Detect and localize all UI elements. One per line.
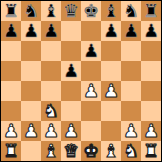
square-d2[interactable]: ♟	[61, 121, 81, 141]
white-rook[interactable]: ♜	[1, 141, 21, 161]
square-a6[interactable]	[1, 41, 21, 61]
square-e3[interactable]	[81, 101, 101, 121]
square-h7[interactable]: ♟	[141, 21, 161, 41]
square-f4[interactable]: ♟	[101, 81, 121, 101]
square-h5[interactable]	[141, 61, 161, 81]
white-rook[interactable]: ♜	[141, 141, 161, 161]
square-c1[interactable]: ♝	[41, 141, 61, 161]
square-c7[interactable]: ♟	[41, 21, 61, 41]
white-bishop[interactable]: ♝	[101, 141, 121, 161]
black-pawn[interactable]: ♟	[1, 21, 21, 41]
square-g4[interactable]	[121, 81, 141, 101]
square-d1[interactable]: ♛	[61, 141, 81, 161]
black-knight[interactable]: ♞	[121, 1, 141, 21]
white-pawn[interactable]: ♟	[81, 81, 101, 101]
square-a8[interactable]: ♜	[1, 1, 21, 21]
square-c2[interactable]: ♟	[41, 121, 61, 141]
square-h2[interactable]: ♟	[141, 121, 161, 141]
white-pawn[interactable]: ♟	[101, 81, 121, 101]
white-pawn[interactable]: ♟	[21, 121, 41, 141]
chess-board: ♜♞♝♛♚♝♞♜♟♟♟♟♟♟♟♟♟♟♞♟♟♟♟♟♟♜♝♛♚♝♞♜	[0, 0, 162, 162]
black-pawn[interactable]: ♟	[101, 21, 121, 41]
square-c5[interactable]	[41, 61, 61, 81]
square-f5[interactable]	[101, 61, 121, 81]
square-d5[interactable]: ♟	[61, 61, 81, 81]
white-pawn[interactable]: ♟	[61, 121, 81, 141]
square-a3[interactable]	[1, 101, 21, 121]
square-h4[interactable]	[141, 81, 161, 101]
square-f2[interactable]	[101, 121, 121, 141]
square-f1[interactable]: ♝	[101, 141, 121, 161]
square-c4[interactable]	[41, 81, 61, 101]
white-pawn[interactable]: ♟	[121, 121, 141, 141]
black-rook[interactable]: ♜	[1, 1, 21, 21]
square-f8[interactable]: ♝	[101, 1, 121, 21]
square-e2[interactable]	[81, 121, 101, 141]
square-f7[interactable]: ♟	[101, 21, 121, 41]
square-d6[interactable]	[61, 41, 81, 61]
black-pawn[interactable]: ♟	[21, 21, 41, 41]
square-h1[interactable]: ♜	[141, 141, 161, 161]
white-bishop[interactable]: ♝	[41, 141, 61, 161]
square-f6[interactable]	[101, 41, 121, 61]
square-d7[interactable]	[61, 21, 81, 41]
square-d4[interactable]	[61, 81, 81, 101]
square-d8[interactable]: ♛	[61, 1, 81, 21]
square-d3[interactable]	[61, 101, 81, 121]
square-e6[interactable]: ♟	[81, 41, 101, 61]
square-b5[interactable]	[21, 61, 41, 81]
square-b2[interactable]: ♟	[21, 121, 41, 141]
square-a5[interactable]	[1, 61, 21, 81]
square-g5[interactable]	[121, 61, 141, 81]
square-g8[interactable]: ♞	[121, 1, 141, 21]
square-a2[interactable]: ♟	[1, 121, 21, 141]
black-pawn[interactable]: ♟	[141, 21, 161, 41]
black-bishop[interactable]: ♝	[101, 1, 121, 21]
black-king[interactable]: ♚	[81, 1, 101, 21]
black-queen[interactable]: ♛	[61, 1, 81, 21]
white-queen[interactable]: ♛	[61, 141, 81, 161]
white-knight[interactable]: ♞	[41, 101, 61, 121]
black-pawn[interactable]: ♟	[81, 41, 101, 61]
square-g2[interactable]: ♟	[121, 121, 141, 141]
white-pawn[interactable]: ♟	[141, 121, 161, 141]
white-pawn[interactable]: ♟	[1, 121, 21, 141]
square-g3[interactable]	[121, 101, 141, 121]
black-knight[interactable]: ♞	[21, 1, 41, 21]
square-c6[interactable]	[41, 41, 61, 61]
square-b8[interactable]: ♞	[21, 1, 41, 21]
square-e7[interactable]	[81, 21, 101, 41]
square-c8[interactable]: ♝	[41, 1, 61, 21]
square-e5[interactable]	[81, 61, 101, 81]
white-knight[interactable]: ♞	[121, 141, 141, 161]
square-b4[interactable]	[21, 81, 41, 101]
black-pawn[interactable]: ♟	[41, 21, 61, 41]
square-g6[interactable]	[121, 41, 141, 61]
square-g1[interactable]: ♞	[121, 141, 141, 161]
black-rook[interactable]: ♜	[141, 1, 161, 21]
chess-board-grid: ♜♞♝♛♚♝♞♜♟♟♟♟♟♟♟♟♟♟♞♟♟♟♟♟♟♜♝♛♚♝♞♜	[1, 1, 161, 161]
black-bishop[interactable]: ♝	[41, 1, 61, 21]
white-king[interactable]: ♚	[81, 141, 101, 161]
square-a4[interactable]	[1, 81, 21, 101]
square-h8[interactable]: ♜	[141, 1, 161, 21]
white-pawn[interactable]: ♟	[41, 121, 61, 141]
square-h3[interactable]	[141, 101, 161, 121]
square-b6[interactable]	[21, 41, 41, 61]
square-b3[interactable]	[21, 101, 41, 121]
square-e8[interactable]: ♚	[81, 1, 101, 21]
square-f3[interactable]	[101, 101, 121, 121]
square-a1[interactable]: ♜	[1, 141, 21, 161]
square-b7[interactable]: ♟	[21, 21, 41, 41]
black-pawn[interactable]: ♟	[121, 21, 141, 41]
square-h6[interactable]	[141, 41, 161, 61]
square-b1[interactable]	[21, 141, 41, 161]
square-g7[interactable]: ♟	[121, 21, 141, 41]
black-pawn[interactable]: ♟	[61, 61, 81, 81]
square-a7[interactable]: ♟	[1, 21, 21, 41]
square-e4[interactable]: ♟	[81, 81, 101, 101]
square-c3[interactable]: ♞	[41, 101, 61, 121]
square-e1[interactable]: ♚	[81, 141, 101, 161]
